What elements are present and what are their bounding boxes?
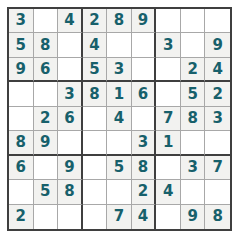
cell-r6c9[interactable] xyxy=(205,131,230,155)
cell-r9c8[interactable]: 9 xyxy=(181,205,206,229)
cell-r8c4[interactable] xyxy=(83,180,108,204)
cell-r4c1[interactable] xyxy=(9,82,34,106)
cell-r5c1[interactable] xyxy=(9,107,34,131)
cell-r9c3[interactable] xyxy=(58,205,83,229)
cell-r1c7[interactable] xyxy=(156,9,181,33)
cell-r2c9[interactable]: 9 xyxy=(205,33,230,57)
cell-r1c2[interactable] xyxy=(34,9,59,33)
cell-r7c9[interactable]: 7 xyxy=(205,156,230,180)
cell-r8c5[interactable] xyxy=(107,180,132,204)
cell-r4c6[interactable]: 6 xyxy=(132,82,157,106)
cell-r8c3[interactable]: 8 xyxy=(58,180,83,204)
cell-r4c8[interactable]: 5 xyxy=(181,82,206,106)
cell-r6c6[interactable]: 3 xyxy=(132,131,157,155)
cell-r7c1[interactable]: 6 xyxy=(9,156,34,180)
cell-r2c6[interactable] xyxy=(132,33,157,57)
cell-r4c9[interactable]: 2 xyxy=(205,82,230,106)
cell-r1c3[interactable]: 4 xyxy=(58,9,83,33)
cell-r1c5[interactable]: 8 xyxy=(107,9,132,33)
cell-r5c6[interactable] xyxy=(132,107,157,131)
cell-r6c1[interactable]: 8 xyxy=(9,131,34,155)
cell-r7c4[interactable] xyxy=(83,156,108,180)
cell-r8c8[interactable] xyxy=(181,180,206,204)
cell-r3c9[interactable]: 4 xyxy=(205,58,230,82)
cell-r9c4[interactable] xyxy=(83,205,108,229)
sudoku-board: 3428958439965324381652264783893169583758… xyxy=(7,7,232,231)
cell-r5c4[interactable] xyxy=(83,107,108,131)
cell-r8c1[interactable] xyxy=(9,180,34,204)
cell-r8c6[interactable]: 2 xyxy=(132,180,157,204)
cell-r6c8[interactable] xyxy=(181,131,206,155)
cell-r5c2[interactable]: 2 xyxy=(34,107,59,131)
cell-r6c4[interactable] xyxy=(83,131,108,155)
cell-r1c6[interactable]: 9 xyxy=(132,9,157,33)
cell-r3c7[interactable] xyxy=(156,58,181,82)
cell-r1c4[interactable]: 2 xyxy=(83,9,108,33)
cell-r9c7[interactable] xyxy=(156,205,181,229)
cell-r2c1[interactable]: 5 xyxy=(9,33,34,57)
cell-r6c7[interactable]: 1 xyxy=(156,131,181,155)
cell-r4c5[interactable]: 1 xyxy=(107,82,132,106)
cell-r7c7[interactable] xyxy=(156,156,181,180)
cell-r9c1[interactable]: 2 xyxy=(9,205,34,229)
cell-r1c9[interactable] xyxy=(205,9,230,33)
cell-r3c6[interactable] xyxy=(132,58,157,82)
cell-r7c3[interactable]: 9 xyxy=(58,156,83,180)
cell-r3c8[interactable]: 2 xyxy=(181,58,206,82)
cell-r2c7[interactable]: 3 xyxy=(156,33,181,57)
cell-r9c6[interactable]: 4 xyxy=(132,205,157,229)
cell-r5c7[interactable]: 7 xyxy=(156,107,181,131)
cell-r2c5[interactable] xyxy=(107,33,132,57)
cell-r4c4[interactable]: 8 xyxy=(83,82,108,106)
cell-r6c5[interactable] xyxy=(107,131,132,155)
cell-r4c3[interactable]: 3 xyxy=(58,82,83,106)
cell-r7c5[interactable]: 5 xyxy=(107,156,132,180)
cell-r4c2[interactable] xyxy=(34,82,59,106)
cell-r5c5[interactable]: 4 xyxy=(107,107,132,131)
cell-r8c9[interactable] xyxy=(205,180,230,204)
cell-r9c5[interactable]: 7 xyxy=(107,205,132,229)
cell-r2c2[interactable]: 8 xyxy=(34,33,59,57)
cell-r6c3[interactable] xyxy=(58,131,83,155)
cell-r4c7[interactable] xyxy=(156,82,181,106)
cell-r7c8[interactable]: 3 xyxy=(181,156,206,180)
cell-r2c8[interactable] xyxy=(181,33,206,57)
cell-r5c9[interactable]: 3 xyxy=(205,107,230,131)
cell-r5c8[interactable]: 8 xyxy=(181,107,206,131)
cell-r1c1[interactable]: 3 xyxy=(9,9,34,33)
cell-r8c2[interactable]: 5 xyxy=(34,180,59,204)
cell-r2c3[interactable] xyxy=(58,33,83,57)
cell-r2c4[interactable]: 4 xyxy=(83,33,108,57)
cell-r9c2[interactable] xyxy=(34,205,59,229)
cell-r8c7[interactable]: 4 xyxy=(156,180,181,204)
cell-r1c8[interactable] xyxy=(181,9,206,33)
cell-r3c4[interactable]: 5 xyxy=(83,58,108,82)
cell-r3c2[interactable]: 6 xyxy=(34,58,59,82)
cell-r6c2[interactable]: 9 xyxy=(34,131,59,155)
cell-r3c3[interactable] xyxy=(58,58,83,82)
cell-r9c9[interactable]: 8 xyxy=(205,205,230,229)
cell-r3c5[interactable]: 3 xyxy=(107,58,132,82)
cell-r7c6[interactable]: 8 xyxy=(132,156,157,180)
cell-r3c1[interactable]: 9 xyxy=(9,58,34,82)
cell-r7c2[interactable] xyxy=(34,156,59,180)
cell-r5c3[interactable]: 6 xyxy=(58,107,83,131)
